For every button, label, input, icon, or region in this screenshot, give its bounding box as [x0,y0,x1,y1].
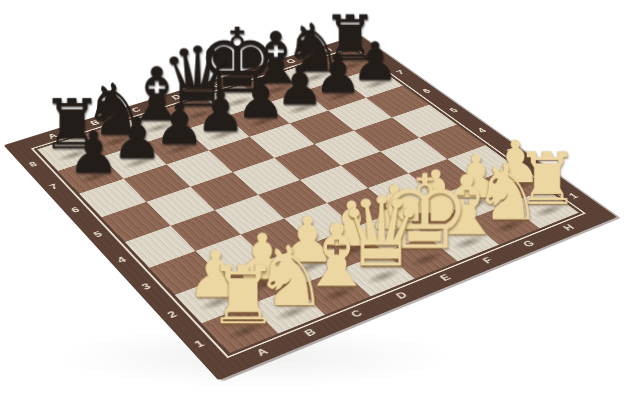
photo-scene: AABBCCDDEEFFGGHH8877665544332211 ♜♞♝♛♚♝♞… [0,0,640,400]
pieces-layer: ♜♞♝♛♚♝♞♜♟♟♟♟♟♟♟♟♟♟♟♟♟♟♟♟♜♞♝♛♚♝♞♜ [4,35,618,381]
white-rook-glyph: ♜ [207,256,279,336]
chess-board: AABBCCDDEEFFGGHH8877665544332211 ♜♞♝♛♚♝♞… [4,35,618,381]
product-photo-stage: AABBCCDDEEFFGGHH8877665544332211 ♜♞♝♛♚♝♞… [0,0,640,400]
